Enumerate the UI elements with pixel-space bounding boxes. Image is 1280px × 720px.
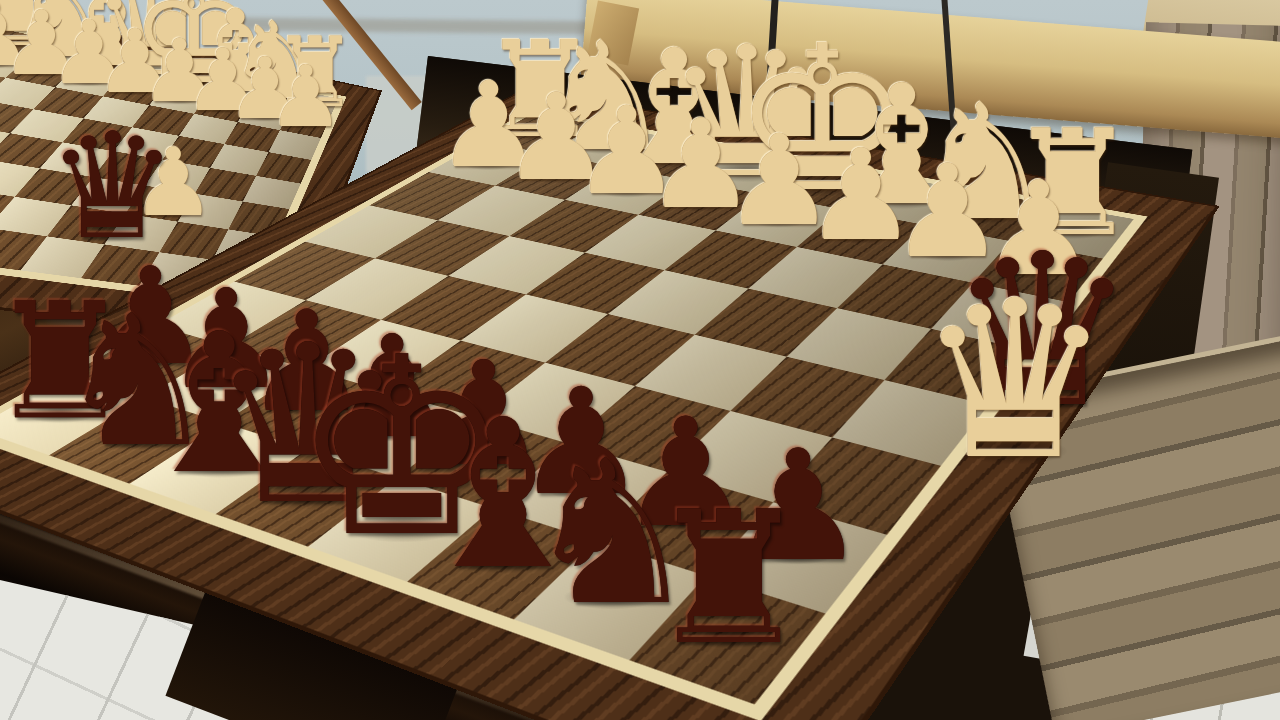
workshop-scene: ♜♞♝♛♚♝♞♜♟♟♟♟♟♟♟♟♟♟♟♟♟♟♟♟♜♞♝♛♚♝♞♜♛♛♜♞♝♛♚♝… — [0, 0, 1280, 720]
